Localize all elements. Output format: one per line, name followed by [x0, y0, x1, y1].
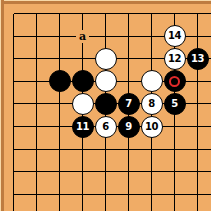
stone-white: [95, 48, 117, 70]
stone-black: [72, 70, 94, 92]
stone-white-8: 8: [141, 93, 163, 115]
stone-black-11: 11: [72, 116, 94, 138]
stone-white-10: 10: [141, 116, 163, 138]
stone-black-7: 7: [118, 93, 140, 115]
stone-black: [95, 93, 117, 115]
stone-black-5: 5: [164, 93, 186, 115]
point-label-a: a: [76, 30, 89, 43]
stone-black-9: 9: [118, 116, 140, 138]
stone-white-12: 12: [164, 48, 186, 70]
go-diagram: 567891011121314 a: [0, 0, 211, 211]
stone-white-14: 14: [164, 25, 186, 47]
stone-white-6: 6: [95, 116, 117, 138]
board-left-edge-bevel: [0, 0, 4, 211]
stone-white: [72, 93, 94, 115]
stone-black: [49, 70, 71, 92]
board-top-edge-bevel: [0, 0, 211, 4]
stone-white: [95, 70, 117, 92]
red-circle-mark: [169, 76, 180, 87]
stone-white: [141, 70, 163, 92]
stone-black-marked: [164, 70, 186, 92]
stone-black-13: 13: [187, 48, 209, 70]
